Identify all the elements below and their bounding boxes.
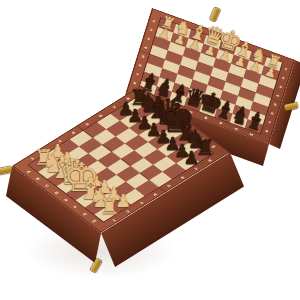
coordinate-label: B — [152, 101, 163, 108]
coordinate-label: 1 — [281, 66, 290, 72]
brass-clasp — [210, 7, 221, 21]
coordinate-label: D — [51, 189, 62, 196]
coordinate-label: F — [189, 129, 200, 136]
product-photo-stage: AA11BB22CC33DD44EE55FF66GG77HH88♜♞♝♛♚♝♞♜… — [0, 0, 300, 300]
coordinate-label: 3 — [144, 36, 153, 42]
coordinate-label: G — [79, 210, 90, 217]
coordinate-label: 5 — [270, 101, 279, 107]
coordinate-label: 7 — [265, 119, 274, 125]
coordinate-label: 5 — [138, 53, 147, 59]
coordinate-label: D — [170, 115, 181, 122]
coordinate-label: A — [142, 94, 153, 101]
coordinate-label: 4 — [141, 45, 150, 51]
coordinate-label: F — [70, 203, 81, 210]
coordinate-label: 7 — [133, 71, 142, 77]
coordinate-label: H — [89, 218, 100, 225]
coordinate-label: H — [208, 143, 219, 150]
coordinate-label: 4 — [273, 93, 282, 99]
coordinate-label: C — [42, 182, 53, 189]
coordinate-label: 6 — [268, 110, 277, 116]
brass-clasp — [284, 102, 298, 111]
coordinate-label: 8 — [130, 80, 139, 86]
coordinate-label: E — [61, 196, 72, 203]
coordinate-label: 1 — [149, 18, 158, 24]
coordinate-label: B — [32, 175, 43, 182]
coordinate-label: 2 — [279, 75, 288, 81]
coordinate-label: 3 — [276, 84, 285, 90]
coordinate-label: 8 — [262, 128, 271, 134]
coordinate-label: A — [23, 168, 34, 175]
coordinate-label: 6 — [136, 62, 145, 68]
coordinate-label: G — [198, 136, 209, 143]
coordinate-label: 2 — [147, 27, 156, 33]
coordinate-label: E — [180, 122, 191, 129]
coordinate-label: C — [161, 108, 172, 115]
